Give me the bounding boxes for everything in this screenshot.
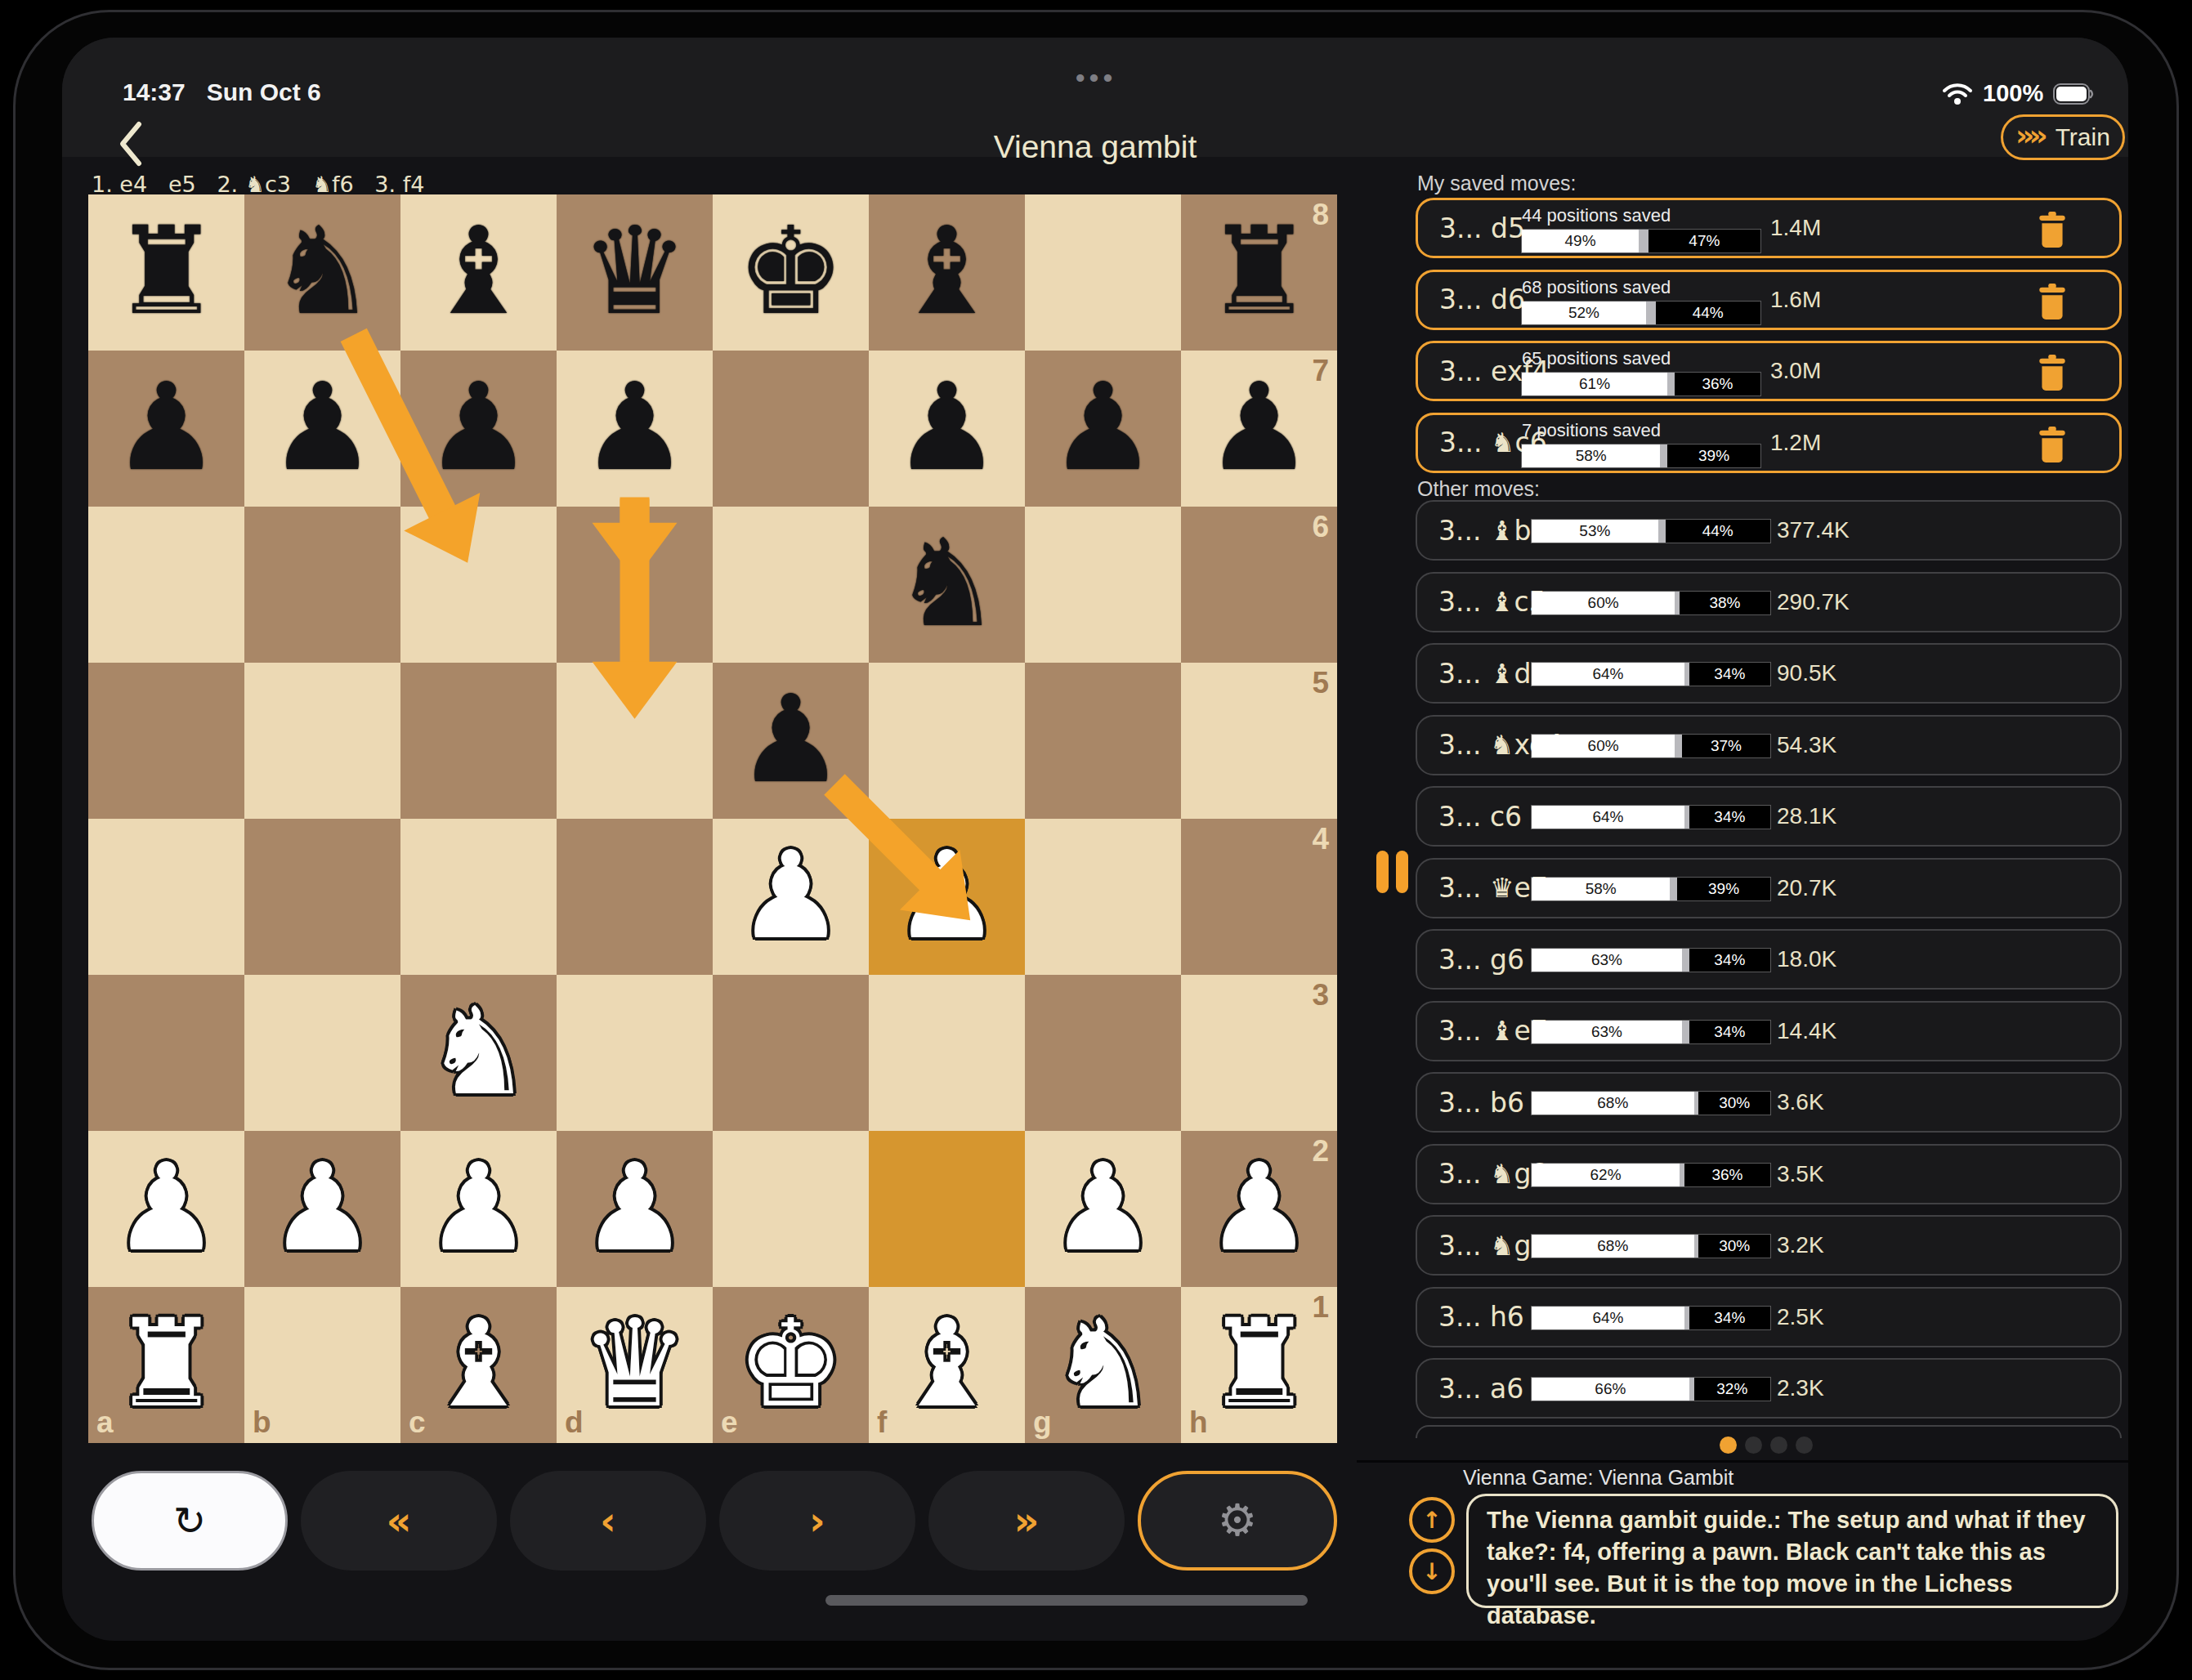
winrate-segment-sd [1658, 520, 1666, 543]
square-b5[interactable] [244, 663, 400, 819]
black-rook-a8[interactable]: ♜ [88, 194, 244, 348]
square-d5[interactable] [557, 663, 713, 819]
multitasking-dots-icon[interactable]: ••• [1027, 62, 1165, 94]
white-pawn-d2[interactable]: ♟ [557, 1131, 713, 1285]
black-knight-b8[interactable]: ♞ [244, 194, 400, 348]
game-count: 1.6M [1770, 272, 1821, 328]
square-a1[interactable]: ♜a [88, 1287, 244, 1443]
positions-saved-label: 68 positions saved [1522, 277, 1671, 298]
winrate-segment-sw: 64% [1532, 806, 1684, 829]
square-f2[interactable] [869, 1131, 1025, 1287]
status-bar-left: 14:37 Sun Oct 6 [123, 78, 321, 106]
winrate-bar: 52%44% [1522, 302, 1760, 324]
black-pawn-g7[interactable]: ♟ [1025, 351, 1181, 504]
square-g1[interactable]: ♞g [1025, 1287, 1181, 1443]
winrate-segment-sw: 63% [1532, 949, 1682, 972]
scroll-up-button[interactable]: ↑ [1409, 1497, 1455, 1543]
rank-label-5: 5 [1312, 666, 1329, 700]
square-b2[interactable]: ♟ [244, 1131, 400, 1287]
page-title: Vienna gambit [62, 129, 2128, 165]
move-label: 3... b6 [1438, 1074, 1524, 1131]
winrate-segment-sd [1667, 373, 1675, 395]
saved-moves-header: My saved moves: [1417, 172, 1577, 195]
game-count: 2.3K [1777, 1360, 1824, 1417]
winrate-segment-sb: 34% [1689, 806, 1770, 829]
train-button-label: Train [2056, 123, 2110, 151]
square-a6[interactable] [88, 507, 244, 663]
square-h3[interactable]: 3 [1181, 975, 1337, 1131]
winrate-segment-sw: 58% [1532, 878, 1670, 900]
rank-label-2: 2 [1312, 1134, 1329, 1168]
panel-divider [1357, 1460, 2128, 1463]
app-screen: 14:37 Sun Oct 6 ••• 100% Vienna gambit »… [62, 38, 2128, 1641]
trash-icon[interactable] [2036, 355, 2069, 391]
square-d7[interactable]: ♟ [557, 351, 713, 507]
step-forward-button[interactable]: › [719, 1471, 915, 1571]
game-count: 20.7K [1777, 860, 1836, 917]
black-pawn-b7[interactable]: ♟ [244, 351, 400, 504]
wifi-icon [1942, 82, 1973, 106]
winrate-bar: 64%34% [1532, 806, 1770, 829]
square-f3[interactable] [869, 975, 1025, 1131]
game-count: 3.2K [1777, 1217, 1824, 1274]
other-move-row-3h6[interactable]: 3... h62.5K64%34% [1416, 1287, 2122, 1347]
game-count: 377.4K [1777, 502, 1850, 559]
game-count: 1.2M [1770, 415, 1821, 471]
white-pawn-a2[interactable]: ♟ [88, 1131, 244, 1285]
winrate-segment-sd [1660, 445, 1667, 467]
rank-label-8: 8 [1312, 198, 1329, 232]
winrate-segment-sw: 62% [1532, 1164, 1680, 1186]
move-label: 3... c6 [1438, 788, 1522, 845]
white-bishop-f1[interactable]: ♝ [869, 1287, 1025, 1441]
saved-move-row-3d5[interactable]: 3... d544 positions saved1.4M49%47% [1416, 198, 2122, 258]
rank-label-3: 3 [1312, 978, 1329, 1012]
square-h2[interactable]: ♟2 [1181, 1131, 1337, 1287]
white-pawn-c2[interactable]: ♟ [400, 1131, 557, 1285]
positions-saved-label: 65 positions saved [1522, 348, 1671, 369]
trash-icon[interactable] [2036, 212, 2069, 248]
pause-bar-left [1376, 851, 1389, 893]
winrate-segment-sw: 64% [1532, 1307, 1684, 1329]
positions-saved-label: 44 positions saved [1522, 205, 1671, 226]
other-move-row-3b4[interactable]: 3... ♝b4377.4K53%44% [1416, 500, 2122, 561]
winrate-segment-sb: 39% [1667, 445, 1760, 467]
square-g2[interactable]: ♟ [1025, 1131, 1181, 1287]
black-knight-f6[interactable]: ♞ [869, 507, 1025, 660]
winrate-segment-sw: 60% [1532, 592, 1675, 614]
file-label-h: h [1189, 1405, 1208, 1440]
winrate-segment-sb: 34% [1689, 663, 1770, 686]
rank-label-1: 1 [1312, 1290, 1329, 1325]
game-count: 28.1K [1777, 788, 1836, 845]
trash-icon[interactable] [2036, 427, 2069, 462]
game-count: 290.7K [1777, 574, 1850, 631]
winrate-bar: 60%38% [1532, 592, 1770, 614]
clock: 14:37 [123, 78, 186, 106]
winrate-segment-sb: 36% [1675, 373, 1760, 395]
square-b6[interactable] [244, 507, 400, 663]
other-move-row-3c5[interactable]: 3... ♝c5290.7K60%38% [1416, 572, 2122, 632]
winrate-segment-sd [1670, 878, 1677, 900]
move-label: 3... a6 [1438, 1360, 1523, 1417]
page-dot-1[interactable] [1720, 1436, 1737, 1454]
winrate-segment-sd [1675, 735, 1682, 757]
square-a2[interactable]: ♟ [88, 1131, 244, 1287]
square-d1[interactable]: ♛d [557, 1287, 713, 1443]
square-b7[interactable]: ♟ [244, 351, 400, 507]
move-label: 3... g6 [1438, 931, 1524, 988]
winrate-bar: 58%39% [1522, 445, 1760, 467]
winrate-segment-sb: 30% [1698, 1092, 1770, 1115]
square-g3[interactable] [1025, 975, 1181, 1131]
winrate-segment-sw: 58% [1522, 445, 1660, 467]
black-pawn-d7[interactable]: ♟ [557, 351, 713, 504]
other-move-row-3e7[interactable]: 3... ♛e720.7K58%39% [1416, 858, 2122, 918]
white-pawn-f4[interactable]: ♟ [869, 819, 1025, 972]
winrate-bar: 61%36% [1522, 373, 1760, 395]
winrate-segment-sd [1682, 949, 1689, 972]
square-g4[interactable] [1025, 819, 1181, 975]
square-e4[interactable]: ♟ [713, 819, 869, 975]
skip-backward-icon: « [386, 1501, 411, 1540]
square-f7[interactable]: ♟ [869, 351, 1025, 507]
move-label: 3... d6 [1439, 272, 1525, 328]
winrate-segment-sb: 37% [1682, 735, 1770, 757]
file-label-e: e [721, 1405, 738, 1440]
square-c5[interactable] [400, 663, 557, 819]
black-bishop-f8[interactable]: ♝ [869, 194, 1025, 348]
black-queen-d8[interactable]: ♛ [557, 194, 713, 348]
square-h8[interactable]: ♜8 [1181, 194, 1337, 351]
step-forward-icon: › [809, 1501, 825, 1540]
square-b3[interactable] [244, 975, 400, 1131]
square-h5[interactable]: 5 [1181, 663, 1337, 819]
winrate-bar: 60%37% [1532, 735, 1770, 757]
black-pawn-e5[interactable]: ♟ [713, 663, 869, 816]
winrate-bar: 53%44% [1532, 520, 1770, 543]
square-g6[interactable] [1025, 507, 1181, 663]
square-a7[interactable]: ♟ [88, 351, 244, 507]
winrate-segment-sb: 44% [1666, 520, 1770, 543]
game-count: 3.6K [1777, 1074, 1824, 1131]
square-h4[interactable]: 4 [1181, 819, 1337, 975]
other-move-row-3d6[interactable]: 3... ♝d690.5K64%34% [1416, 643, 2122, 704]
winrate-segment-sw: 52% [1522, 302, 1646, 324]
square-c7[interactable]: ♟ [400, 351, 557, 507]
square-a3[interactable] [88, 975, 244, 1131]
other-move-row-3g8[interactable]: 3... ♞g83.5K62%36% [1416, 1144, 2122, 1204]
winrate-segment-sw: 64% [1532, 663, 1684, 686]
game-count: 3.0M [1770, 343, 1821, 399]
game-count: 3.5K [1777, 1146, 1824, 1203]
black-pawn-c7[interactable]: ♟ [400, 351, 557, 504]
rank-label-7: 7 [1312, 354, 1329, 388]
square-c4[interactable] [400, 819, 557, 975]
winrate-bar: 63%34% [1532, 949, 1770, 972]
winrate-segment-sw: 49% [1522, 230, 1639, 252]
winrate-segment-sb: 34% [1689, 1021, 1770, 1043]
winrate-bar: 58%39% [1532, 878, 1770, 900]
square-a4[interactable] [88, 819, 244, 975]
winrate-bar: 64%34% [1532, 663, 1770, 686]
winrate-segment-sw: 53% [1532, 520, 1658, 543]
winrate-segment-sb: 44% [1656, 302, 1760, 324]
step-backward-button[interactable]: ‹ [510, 1471, 706, 1571]
square-c6[interactable] [400, 507, 557, 663]
game-count: 14.4K [1777, 1003, 1836, 1060]
positions-saved-label: 7 positions saved [1522, 420, 1661, 441]
square-a8[interactable]: ♜ [88, 194, 244, 351]
square-b4[interactable] [244, 819, 400, 975]
winrate-bar: 64%34% [1532, 1307, 1770, 1329]
square-c3[interactable]: ♞ [400, 975, 557, 1131]
square-h6[interactable]: 6 [1181, 507, 1337, 663]
step-backward-icon: ‹ [600, 1501, 616, 1540]
settings-button[interactable]: ⚙ [1138, 1471, 1337, 1571]
square-f5[interactable] [869, 663, 1025, 819]
other-moves-header: Other moves: [1417, 477, 1540, 501]
winrate-bar: 63%34% [1532, 1021, 1770, 1043]
square-f4[interactable]: ♟ [869, 819, 1025, 975]
square-b8[interactable]: ♞ [244, 194, 400, 351]
winrate-segment-sd [1639, 230, 1648, 252]
winrate-bar: 68%30% [1532, 1235, 1770, 1258]
page-dots[interactable] [1720, 1436, 1813, 1454]
other-move-row-3a6[interactable]: 3... a62.3K66%32% [1416, 1358, 2122, 1419]
train-button[interactable]: »» Train [2001, 114, 2125, 160]
square-e8[interactable]: ♚ [713, 194, 869, 351]
square-c2[interactable]: ♟ [400, 1131, 557, 1287]
other-move-row-3b6[interactable]: 3... b63.6K68%30% [1416, 1072, 2122, 1133]
winrate-segment-sb: 32% [1694, 1378, 1770, 1401]
other-move-row-3c6[interactable]: 3... c628.1K64%34% [1416, 786, 2122, 847]
square-e6[interactable] [713, 507, 869, 663]
rank-label-6: 6 [1312, 510, 1329, 544]
winrate-bar: 68%30% [1532, 1092, 1770, 1115]
guide-text-box: The Vienna gambit guide.: The setup and … [1466, 1494, 2118, 1608]
square-g7[interactable]: ♟ [1025, 351, 1181, 507]
square-d6[interactable] [557, 507, 713, 663]
move-label: 3... ♝c5 [1438, 574, 1546, 631]
other-move-row-3g6[interactable]: 3... g618.0K63%34% [1416, 929, 2122, 990]
square-e2[interactable] [713, 1131, 869, 1287]
winrate-segment-sw: 63% [1532, 1021, 1682, 1043]
black-pawn-f7[interactable]: ♟ [869, 351, 1025, 504]
square-a5[interactable] [88, 663, 244, 819]
battery-percent: 100% [1983, 80, 2043, 107]
pause-button[interactable] [1376, 851, 1411, 893]
file-label-g: g [1033, 1405, 1052, 1440]
move-label: 3... d5 [1439, 200, 1525, 256]
white-pawn-g2[interactable]: ♟ [1025, 1131, 1181, 1285]
winrate-segment-sb: 38% [1680, 592, 1770, 614]
square-c8[interactable]: ♝ [400, 194, 557, 351]
square-e1[interactable]: ♚e [713, 1287, 869, 1443]
square-g5[interactable] [1025, 663, 1181, 819]
winrate-bar: 49%47% [1522, 230, 1760, 252]
trash-icon[interactable] [2036, 284, 2069, 319]
other-move-row-3xe4[interactable]: 3... ♞xe454.3K60%37% [1416, 715, 2122, 775]
home-indicator[interactable] [825, 1595, 1308, 1606]
square-e5[interactable]: ♟ [713, 663, 869, 819]
black-pawn-a7[interactable]: ♟ [88, 351, 244, 504]
winrate-bar: 62%36% [1532, 1164, 1770, 1186]
square-g8[interactable] [1025, 194, 1181, 351]
chess-board[interactable]: ♜♞♝♛♚♝♜8♟♟♟♟♟♟♟7♞6♟5♟♟4♞3♟♟♟♟♟♟2♜ab♝c♛d♚… [88, 194, 1337, 1443]
saved-move-row-3d6[interactable]: 3... d668 positions saved1.6M52%44% [1416, 270, 2122, 330]
winrate-segment-sb: 47% [1648, 230, 1760, 252]
file-label-a: a [96, 1405, 114, 1440]
game-count: 1.4M [1770, 200, 1821, 256]
move-list[interactable]: 1. e4 e5 2. ♞c3 ♞f6 3. f4 [92, 172, 424, 197]
saved-move-row-3c6[interactable]: 3... ♞c67 positions saved1.2M58%39% [1416, 413, 2122, 473]
winrate-segment-sd [1682, 1021, 1689, 1043]
file-label-f: f [877, 1405, 887, 1440]
status-bar-right: 100% [1942, 80, 2094, 107]
file-label-c: c [409, 1405, 426, 1440]
winrate-segment-sw: 60% [1532, 735, 1675, 757]
page-dot-3[interactable] [1770, 1436, 1787, 1454]
skip-forward-icon: » [1013, 1501, 1039, 1540]
square-f8[interactable]: ♝ [869, 194, 1025, 351]
square-e3[interactable] [713, 975, 869, 1131]
black-king-e8[interactable]: ♚ [713, 194, 869, 348]
square-f6[interactable]: ♞ [869, 507, 1025, 663]
pause-bar-right [1396, 851, 1408, 893]
square-d8[interactable]: ♛ [557, 194, 713, 351]
winrate-segment-sb: 34% [1689, 1307, 1770, 1329]
double-chevron-icon2: » [2029, 121, 2047, 150]
skip-forward-button[interactable]: » [928, 1471, 1125, 1571]
file-label-b: b [253, 1405, 271, 1440]
black-bishop-c8[interactable]: ♝ [400, 194, 557, 348]
scroll-down-button[interactable]: ↓ [1409, 1548, 1455, 1594]
winrate-segment-sb: 34% [1689, 949, 1770, 972]
square-h7[interactable]: ♟7 [1181, 351, 1337, 507]
square-e7[interactable] [713, 351, 869, 507]
square-d3[interactable] [557, 975, 713, 1131]
game-count: 54.3K [1777, 717, 1836, 774]
other-move-row-3e7[interactable]: 3... ♝e714.4K63%34% [1416, 1001, 2122, 1061]
winrate-segment-sw: 66% [1532, 1378, 1689, 1401]
page-dot-4[interactable] [1796, 1436, 1813, 1454]
white-pawn-b2[interactable]: ♟ [244, 1131, 400, 1285]
square-d4[interactable] [557, 819, 713, 975]
winrate-segment-sw: 68% [1532, 1092, 1694, 1115]
move-label: 3... h6 [1438, 1289, 1524, 1346]
reset-icon: ↻ [173, 1501, 206, 1540]
opening-caption: Vienna Game: Vienna Gambit [1463, 1466, 1733, 1490]
winrate-segment-sb: 39% [1677, 878, 1770, 900]
winrate-segment-sw: 68% [1532, 1235, 1694, 1258]
square-d2[interactable]: ♟ [557, 1131, 713, 1287]
winrate-segment-sd [1646, 302, 1656, 324]
square-b1[interactable]: b [244, 1287, 400, 1443]
game-count: 90.5K [1777, 645, 1836, 702]
square-c1[interactable]: ♝c [400, 1287, 557, 1443]
white-pawn-e4[interactable]: ♟ [713, 819, 869, 972]
saved-move-row-3exf4[interactable]: 3... exf465 positions saved3.0M61%36% [1416, 341, 2122, 401]
date: Sun Oct 6 [207, 78, 321, 106]
skip-backward-button[interactable]: « [301, 1471, 497, 1571]
other-move-row-3g4[interactable]: 3... ♞g43.2K68%30% [1416, 1215, 2122, 1276]
winrate-segment-sb: 30% [1698, 1235, 1770, 1258]
file-label-d: d [565, 1405, 584, 1440]
winrate-bar: 66%32% [1532, 1378, 1770, 1401]
square-h1[interactable]: ♜h1 [1181, 1287, 1337, 1443]
battery-icon [2053, 83, 2094, 105]
game-count: 18.0K [1777, 931, 1836, 988]
winrate-segment-sb: 36% [1684, 1164, 1770, 1186]
white-knight-c3[interactable]: ♞ [400, 975, 557, 1128]
winrate-segment-sw: 61% [1522, 373, 1667, 395]
settings-icon: ⚙ [1218, 1499, 1257, 1543]
page-dot-2[interactable] [1745, 1436, 1762, 1454]
game-count: 2.5K [1777, 1289, 1824, 1346]
rank-label-4: 4 [1312, 822, 1329, 856]
square-f1[interactable]: ♝f [869, 1287, 1025, 1443]
reset-button[interactable]: ↻ [92, 1471, 288, 1571]
